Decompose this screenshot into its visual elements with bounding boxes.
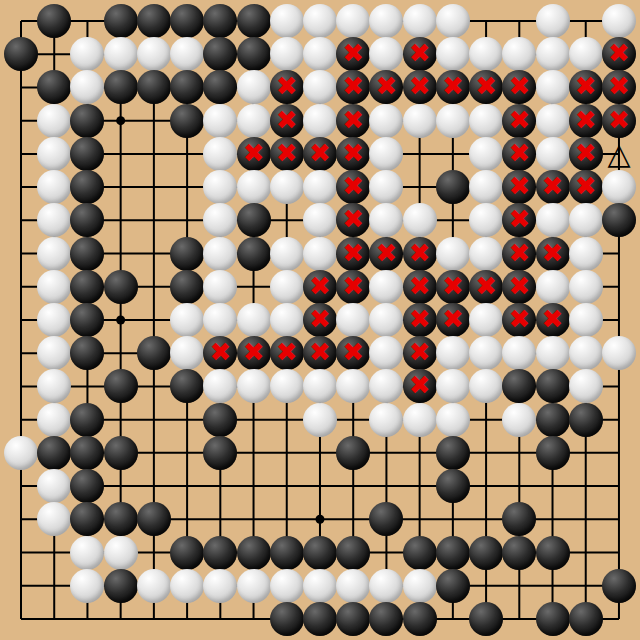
black-stone[interactable] [270,536,304,570]
black-stone[interactable] [536,403,570,437]
white-stone[interactable] [270,369,304,403]
white-stone[interactable] [203,569,237,603]
white-stone[interactable] [37,104,71,138]
black-stone[interactable] [237,237,271,271]
white-stone[interactable] [403,4,437,38]
triangle-marker: △ [602,137,636,171]
white-stone[interactable] [436,403,470,437]
dead-stone-x-icon: ✖ [508,173,530,199]
dead-stone-x-icon: ✖ [309,140,331,166]
dead-stone-x-icon: ✖ [575,140,597,166]
black-stone[interactable] [569,602,603,636]
black-stone[interactable] [137,502,171,536]
dead-black-stone[interactable]: ✖ [536,170,570,204]
black-stone[interactable] [436,569,470,603]
white-stone[interactable] [569,237,603,271]
white-stone[interactable] [270,170,304,204]
dead-black-stone[interactable]: ✖ [502,270,536,304]
white-stone[interactable] [303,170,337,204]
white-stone[interactable] [436,336,470,370]
white-stone[interactable] [104,536,138,570]
black-stone[interactable] [436,536,470,570]
dead-stone-x-icon: ✖ [508,273,530,299]
dead-stone-x-icon: ✖ [342,140,364,166]
black-stone[interactable] [237,203,271,237]
dead-stone-x-icon: ✖ [276,339,298,365]
black-stone[interactable] [403,536,437,570]
dead-stone-x-icon: ✖ [575,173,597,199]
white-stone[interactable] [170,303,204,337]
dead-stone-x-icon: ✖ [309,273,331,299]
dead-stone-x-icon: ✖ [342,273,364,299]
black-stone[interactable] [469,536,503,570]
dead-black-stone[interactable]: ✖ [403,70,437,104]
black-stone[interactable] [469,602,503,636]
dead-black-stone[interactable]: ✖ [502,237,536,271]
black-stone[interactable] [436,469,470,503]
white-stone[interactable] [436,4,470,38]
black-stone[interactable] [336,602,370,636]
black-stone[interactable] [37,436,71,470]
white-stone[interactable] [303,569,337,603]
white-stone[interactable] [403,569,437,603]
black-stone[interactable] [170,536,204,570]
go-board[interactable]: ✖✖✖✖✖✖✖✖✖✖✖✖✖✖✖✖✖✖✖✖✖✖✖△✖✖✖✖✖✖✖✖✖✖✖✖✖✖✖✖… [0,0,640,640]
white-stone[interactable] [569,336,603,370]
black-stone[interactable] [4,37,38,71]
dead-stone-x-icon: ✖ [342,206,364,232]
white-stone[interactable] [203,270,237,304]
star-point [315,515,324,524]
black-stone[interactable] [336,536,370,570]
white-stone[interactable] [203,237,237,271]
black-stone[interactable] [237,536,271,570]
white-stone[interactable] [37,303,71,337]
white-stone[interactable] [403,203,437,237]
dead-black-stone[interactable]: ✖ [436,303,470,337]
dead-stone-x-icon: ✖ [442,306,464,332]
dead-black-stone[interactable]: ✖ [502,104,536,138]
white-stone[interactable] [569,303,603,337]
dead-black-stone[interactable]: ✖ [502,137,536,171]
white-stone[interactable] [270,303,304,337]
dead-stone-x-icon: ✖ [508,240,530,266]
black-stone[interactable] [203,403,237,437]
dead-black-stone[interactable]: ✖ [303,303,337,337]
white-stone[interactable] [569,37,603,71]
dead-stone-x-icon: ✖ [508,206,530,232]
white-stone[interactable] [536,37,570,71]
dead-black-stone[interactable]: ✖ [336,270,370,304]
black-stone[interactable] [104,502,138,536]
white-stone[interactable] [137,37,171,71]
black-stone[interactable] [502,536,536,570]
black-stone[interactable] [104,369,138,403]
dead-black-stone[interactable]: ✖ [336,104,370,138]
dead-stone-x-icon: ✖ [442,273,464,299]
dead-stone-x-icon: ✖ [508,73,530,99]
black-stone[interactable] [70,270,104,304]
dead-black-stone[interactable]: ✖ [336,137,370,171]
white-stone[interactable] [469,170,503,204]
white-stone[interactable] [502,403,536,437]
white-stone[interactable] [237,70,271,104]
white-stone[interactable] [469,137,503,171]
black-stone[interactable] [303,536,337,570]
dead-stone-x-icon: ✖ [475,73,497,99]
white-stone[interactable] [369,403,403,437]
black-stone[interactable] [70,104,104,138]
dead-stone-x-icon: ✖ [209,339,231,365]
dead-black-stone[interactable]: ✖ [569,104,603,138]
dead-stone-x-icon: ✖ [342,107,364,133]
dead-stone-x-icon: ✖ [542,240,564,266]
dead-black-stone[interactable]: ✖ [403,369,437,403]
white-stone[interactable] [336,569,370,603]
dead-stone-x-icon: ✖ [575,107,597,133]
white-stone[interactable] [104,37,138,71]
black-stone[interactable] [170,270,204,304]
dead-black-stone[interactable]: ✖ [303,137,337,171]
white-stone[interactable] [469,237,503,271]
black-stone[interactable] [536,369,570,403]
white-stone[interactable] [203,137,237,171]
dead-black-stone[interactable]: ✖ [303,336,337,370]
dead-black-stone[interactable]: ✖ [270,104,304,138]
white-stone[interactable] [303,403,337,437]
black-stone[interactable] [104,569,138,603]
dead-black-stone[interactable]: ✖ [536,303,570,337]
dead-stone-x-icon: ✖ [409,306,431,332]
white-stone[interactable] [270,270,304,304]
white-stone[interactable] [469,104,503,138]
black-stone[interactable] [237,37,271,71]
black-stone[interactable] [203,536,237,570]
dead-black-stone[interactable]: ✖ [403,303,437,337]
black-stone[interactable] [104,270,138,304]
dead-stone-x-icon: ✖ [409,372,431,398]
white-stone[interactable] [203,104,237,138]
dead-black-stone[interactable]: ✖ [469,270,503,304]
white-stone[interactable] [436,37,470,71]
black-stone[interactable] [270,602,304,636]
white-stone[interactable] [237,170,271,204]
dead-black-stone[interactable]: ✖ [270,137,304,171]
white-stone[interactable] [436,237,470,271]
dead-stone-x-icon: ✖ [542,173,564,199]
black-stone[interactable] [70,237,104,271]
white-stone[interactable] [37,137,71,171]
black-stone[interactable] [137,4,171,38]
black-stone[interactable] [170,237,204,271]
white-stone[interactable] [536,104,570,138]
white-stone[interactable] [536,137,570,171]
white-stone[interactable] [602,170,636,204]
white-stone[interactable] [303,4,337,38]
white-stone[interactable] [602,4,636,38]
white-stone[interactable] [70,569,104,603]
dead-black-stone[interactable]: ✖ [602,104,636,138]
dead-stone-x-icon: ✖ [276,140,298,166]
dead-stone-x-icon: ✖ [376,73,398,99]
white-stone[interactable] [270,4,304,38]
dead-stone-x-icon: ✖ [475,273,497,299]
dead-stone-x-icon: ✖ [342,73,364,99]
white-stone[interactable] [536,336,570,370]
dead-black-stone[interactable]: ✖ [369,237,403,271]
white-stone[interactable] [303,237,337,271]
white-stone[interactable] [569,203,603,237]
white-stone[interactable] [137,569,171,603]
black-stone[interactable] [170,104,204,138]
black-stone[interactable] [602,569,636,603]
black-stone[interactable] [569,403,603,437]
white-stone[interactable] [237,569,271,603]
white-stone[interactable] [237,369,271,403]
white-stone[interactable] [469,303,503,337]
dead-stone-x-icon: ✖ [542,306,564,332]
dead-stone-x-icon: ✖ [508,140,530,166]
dead-black-stone[interactable]: ✖ [270,336,304,370]
black-stone[interactable] [303,602,337,636]
dead-stone-x-icon: ✖ [243,339,265,365]
dead-stone-x-icon: ✖ [342,339,364,365]
white-stone[interactable] [569,369,603,403]
dead-black-stone[interactable]: ✖ [536,237,570,271]
white-stone[interactable] [37,403,71,437]
dead-black-stone[interactable]: ✖ [569,70,603,104]
white-stone[interactable] [369,569,403,603]
dead-black-stone[interactable]: ✖ [602,37,636,71]
black-stone[interactable] [237,4,271,38]
white-stone[interactable] [336,4,370,38]
dead-black-stone[interactable]: ✖ [237,336,271,370]
dead-black-stone[interactable]: ✖ [336,237,370,271]
dead-stone-x-icon: ✖ [342,240,364,266]
dead-stone-x-icon: ✖ [508,306,530,332]
white-stone[interactable] [4,436,38,470]
black-stone[interactable] [203,436,237,470]
dead-stone-x-icon: ✖ [376,240,398,266]
dead-stone-x-icon: ✖ [575,73,597,99]
dead-black-stone[interactable]: ✖ [403,37,437,71]
black-stone[interactable] [104,436,138,470]
dead-black-stone[interactable]: ✖ [569,170,603,204]
dead-stone-x-icon: ✖ [309,306,331,332]
dead-stone-x-icon: ✖ [508,107,530,133]
black-stone[interactable] [104,4,138,38]
dead-stone-x-icon: ✖ [243,140,265,166]
dead-stone-x-icon: ✖ [342,173,364,199]
star-point [116,116,125,125]
dead-black-stone[interactable]: ✖ [569,137,603,171]
dead-black-stone[interactable]: ✖ [403,237,437,271]
white-stone[interactable] [37,270,71,304]
white-stone[interactable] [403,403,437,437]
star-point [116,315,125,324]
dead-black-stone[interactable]: ✖ [403,336,437,370]
white-stone[interactable] [436,104,470,138]
white-stone[interactable] [37,237,71,271]
dead-stone-x-icon: ✖ [608,73,630,99]
black-stone[interactable] [403,602,437,636]
white-stone[interactable] [303,104,337,138]
dead-black-stone[interactable]: ✖ [270,70,304,104]
white-stone[interactable] [569,270,603,304]
dead-stone-x-icon: ✖ [409,339,431,365]
dead-stone-x-icon: ✖ [342,40,364,66]
dead-stone-x-icon: ✖ [309,339,331,365]
black-stone[interactable] [137,336,171,370]
dead-stone-x-icon: ✖ [608,40,630,66]
dead-stone-x-icon: ✖ [276,73,298,99]
black-stone[interactable] [37,4,71,38]
dead-stone-x-icon: ✖ [608,107,630,133]
black-stone[interactable] [104,70,138,104]
black-stone[interactable] [70,403,104,437]
dead-stone-x-icon: ✖ [409,73,431,99]
dead-stone-x-icon: ✖ [409,240,431,266]
black-stone[interactable] [536,536,570,570]
white-stone[interactable] [270,37,304,71]
white-stone[interactable] [536,203,570,237]
white-stone[interactable] [536,70,570,104]
black-stone[interactable] [170,4,204,38]
white-stone[interactable] [270,569,304,603]
white-stone[interactable] [303,37,337,71]
white-stone[interactable] [369,104,403,138]
black-stone[interactable] [336,436,370,470]
white-stone[interactable] [237,104,271,138]
dead-stone-x-icon: ✖ [409,273,431,299]
dead-stone-x-icon: ✖ [409,40,431,66]
black-stone[interactable] [436,436,470,470]
white-stone[interactable] [536,270,570,304]
black-stone[interactable] [536,602,570,636]
dead-black-stone[interactable]: ✖ [436,270,470,304]
white-stone[interactable] [270,237,304,271]
white-stone[interactable] [336,303,370,337]
white-stone[interactable] [403,104,437,138]
dead-black-stone[interactable]: ✖ [237,137,271,171]
white-stone[interactable] [369,270,403,304]
white-stone[interactable] [602,336,636,370]
dead-stone-x-icon: ✖ [276,107,298,133]
white-stone[interactable] [170,569,204,603]
white-stone[interactable] [536,4,570,38]
dead-stone-x-icon: ✖ [442,73,464,99]
white-stone[interactable] [70,536,104,570]
black-stone[interactable] [536,436,570,470]
dead-black-stone[interactable]: ✖ [403,270,437,304]
white-stone[interactable] [237,303,271,337]
dead-black-stone[interactable]: ✖ [303,270,337,304]
black-stone[interactable] [436,170,470,204]
